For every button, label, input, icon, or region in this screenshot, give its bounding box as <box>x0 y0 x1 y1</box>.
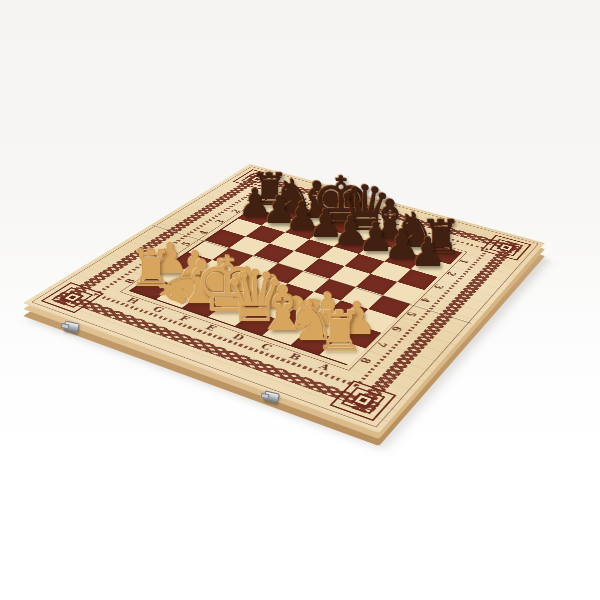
piece-white-rook-a8: ♜ <box>315 304 364 359</box>
product-photo-stage: HHGGFFEEDDCCBBAA8877665544332211 ♜♞♝♚♛♝♞… <box>0 0 600 600</box>
piece-black-pawn-a2: ♟ <box>410 232 446 272</box>
